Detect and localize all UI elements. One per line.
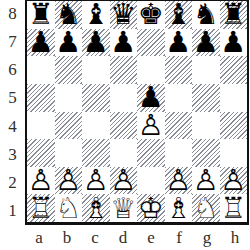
- black-pawn: ♟: [110, 29, 138, 57]
- white-pawn: ♙: [137, 112, 165, 140]
- square-b1[interactable]: ♞♘: [55, 194, 83, 222]
- square-a2[interactable]: ♟♙: [27, 167, 55, 195]
- square-a5[interactable]: [27, 84, 55, 112]
- white-rook-fill-layer: ♜: [27, 194, 55, 222]
- white-pawn: ♙: [192, 167, 220, 195]
- square-g8[interactable]: ♞: [192, 1, 220, 29]
- square-a6[interactable]: [27, 56, 55, 84]
- square-e8[interactable]: ♚: [137, 1, 165, 29]
- square-h3[interactable]: [220, 139, 248, 167]
- square-a4[interactable]: [27, 112, 55, 140]
- square-g3[interactable]: [192, 139, 220, 167]
- square-g7[interactable]: ♟: [192, 29, 220, 57]
- white-pawn-fill-layer: ♟: [220, 167, 248, 195]
- square-h7[interactable]: ♟: [220, 29, 248, 57]
- black-pawn: ♟: [220, 29, 248, 57]
- square-d8[interactable]: ♛: [110, 1, 138, 29]
- square-d5[interactable]: [110, 84, 138, 112]
- file-label-f: f: [165, 225, 193, 250]
- square-e5[interactable]: ♟: [137, 84, 165, 112]
- black-pawn: ♟: [82, 29, 110, 57]
- square-e2[interactable]: [137, 167, 165, 195]
- square-g1[interactable]: ♞♘: [192, 194, 220, 222]
- square-g6[interactable]: [192, 56, 220, 84]
- square-b4[interactable]: [55, 112, 83, 140]
- square-g2[interactable]: ♟♙: [192, 167, 220, 195]
- square-c6[interactable]: [82, 56, 110, 84]
- black-bishop: ♝: [82, 1, 110, 29]
- square-h6[interactable]: [220, 56, 248, 84]
- square-f5[interactable]: [165, 84, 193, 112]
- white-bishop: ♗: [82, 194, 110, 222]
- white-king-fill-layer: ♚: [137, 194, 165, 222]
- square-h8[interactable]: ♜: [220, 1, 248, 29]
- white-bishop: ♗: [165, 194, 193, 222]
- square-a3[interactable]: [27, 139, 55, 167]
- white-pawn-fill-layer: ♟: [27, 167, 55, 195]
- square-d1[interactable]: ♛♕: [110, 194, 138, 222]
- black-pawn: ♟: [192, 29, 220, 57]
- square-d7[interactable]: ♟: [110, 29, 138, 57]
- white-pawn-fill-layer: ♟: [110, 167, 138, 195]
- file-label-g: g: [193, 225, 221, 250]
- white-pawn-fill-layer: ♟: [55, 167, 83, 195]
- square-f1[interactable]: ♝♗: [165, 194, 193, 222]
- square-d4[interactable]: [110, 112, 138, 140]
- black-knight: ♞: [192, 1, 220, 29]
- file-label-a: a: [25, 225, 53, 250]
- white-pawn-fill-layer: ♟: [165, 167, 193, 195]
- file-label-d: d: [109, 225, 137, 250]
- file-label-c: c: [81, 225, 109, 250]
- square-g4[interactable]: [192, 112, 220, 140]
- rank-label-4: 4: [0, 113, 25, 141]
- file-label-h: h: [221, 225, 249, 250]
- square-a8[interactable]: ♜: [27, 1, 55, 29]
- square-b8[interactable]: ♞: [55, 1, 83, 29]
- square-c5[interactable]: [82, 84, 110, 112]
- white-knight: ♘: [55, 194, 83, 222]
- black-knight: ♞: [55, 1, 83, 29]
- square-h4[interactable]: [220, 112, 248, 140]
- white-knight-fill-layer: ♞: [55, 194, 83, 222]
- white-queen-fill-layer: ♛: [110, 194, 138, 222]
- square-h5[interactable]: [220, 84, 248, 112]
- file-label-e: e: [137, 225, 165, 250]
- square-e6[interactable]: [137, 56, 165, 84]
- square-b2[interactable]: ♟♙: [55, 167, 83, 195]
- square-b5[interactable]: [55, 84, 83, 112]
- square-c1[interactable]: ♝♗: [82, 194, 110, 222]
- square-e1[interactable]: ♚♔: [137, 194, 165, 222]
- square-f8[interactable]: ♝: [165, 1, 193, 29]
- rank-label-1: 1: [0, 197, 25, 225]
- rank-label-6: 6: [0, 56, 25, 84]
- file-label-b: b: [53, 225, 81, 250]
- square-e7[interactable]: [137, 29, 165, 57]
- square-h1[interactable]: ♜♖: [220, 194, 248, 222]
- black-rook: ♜: [27, 1, 55, 29]
- chess-board: ♜♞♝♛♚♝♞♜♟♟♟♟♟♟♟♟♟♙♟♙♟♙♟♙♟♙♟♙♟♙♟♙♜♖♞♘♝♗♛♕…: [25, 0, 249, 225]
- white-bishop-fill-layer: ♝: [82, 194, 110, 222]
- square-b3[interactable]: [55, 139, 83, 167]
- square-a7[interactable]: ♟: [27, 29, 55, 57]
- rank-labels: 87654321: [0, 0, 25, 225]
- square-a1[interactable]: ♜♖: [27, 194, 55, 222]
- white-pawn: ♙: [55, 167, 83, 195]
- rank-label-8: 8: [0, 0, 25, 28]
- white-pawn: ♙: [82, 167, 110, 195]
- square-c3[interactable]: [82, 139, 110, 167]
- square-d2[interactable]: ♟♙: [110, 167, 138, 195]
- black-pawn: ♟: [55, 29, 83, 57]
- square-c4[interactable]: [82, 112, 110, 140]
- black-pawn: ♟: [137, 84, 165, 112]
- black-rook: ♜: [220, 1, 248, 29]
- white-queen: ♕: [110, 194, 138, 222]
- white-rook-fill-layer: ♜: [220, 194, 248, 222]
- rank-label-3: 3: [0, 141, 25, 169]
- black-bishop: ♝: [165, 1, 193, 29]
- square-d3[interactable]: [110, 139, 138, 167]
- white-bishop-fill-layer: ♝: [165, 194, 193, 222]
- rank-label-5: 5: [0, 84, 25, 112]
- black-queen: ♛: [110, 1, 138, 29]
- rank-label-2: 2: [0, 169, 25, 197]
- white-pawn: ♙: [220, 167, 248, 195]
- square-f4[interactable]: [165, 112, 193, 140]
- white-pawn-fill-layer: ♟: [82, 167, 110, 195]
- white-pawn: ♙: [27, 167, 55, 195]
- white-rook: ♖: [220, 194, 248, 222]
- square-e4[interactable]: ♟♙: [137, 112, 165, 140]
- black-pawn: ♟: [165, 29, 193, 57]
- square-c8[interactable]: ♝: [82, 1, 110, 29]
- square-f3[interactable]: [165, 139, 193, 167]
- square-f7[interactable]: ♟: [165, 29, 193, 57]
- square-d6[interactable]: [110, 56, 138, 84]
- square-h2[interactable]: ♟♙: [220, 167, 248, 195]
- square-e3[interactable]: [137, 139, 165, 167]
- white-pawn: ♙: [165, 167, 193, 195]
- white-pawn-fill-layer: ♟: [137, 112, 165, 140]
- square-g5[interactable]: [192, 84, 220, 112]
- white-rook: ♖: [27, 194, 55, 222]
- white-knight-fill-layer: ♞: [192, 194, 220, 222]
- square-c2[interactable]: ♟♙: [82, 167, 110, 195]
- white-knight: ♘: [192, 194, 220, 222]
- rank-label-7: 7: [0, 28, 25, 56]
- white-pawn-fill-layer: ♟: [192, 167, 220, 195]
- square-c7[interactable]: ♟: [82, 29, 110, 57]
- black-king: ♚: [137, 1, 165, 29]
- square-f2[interactable]: ♟♙: [165, 167, 193, 195]
- white-pawn: ♙: [110, 167, 138, 195]
- square-b6[interactable]: [55, 56, 83, 84]
- square-b7[interactable]: ♟: [55, 29, 83, 57]
- white-king: ♔: [137, 194, 165, 222]
- file-labels: abcdefgh: [25, 225, 249, 250]
- black-pawn: ♟: [27, 29, 55, 57]
- square-f6[interactable]: [165, 56, 193, 84]
- chess-diagram: 87654321 ♜♞♝♛♚♝♞♜♟♟♟♟♟♟♟♟♟♙♟♙♟♙♟♙♟♙♟♙♟♙♟…: [0, 0, 250, 250]
